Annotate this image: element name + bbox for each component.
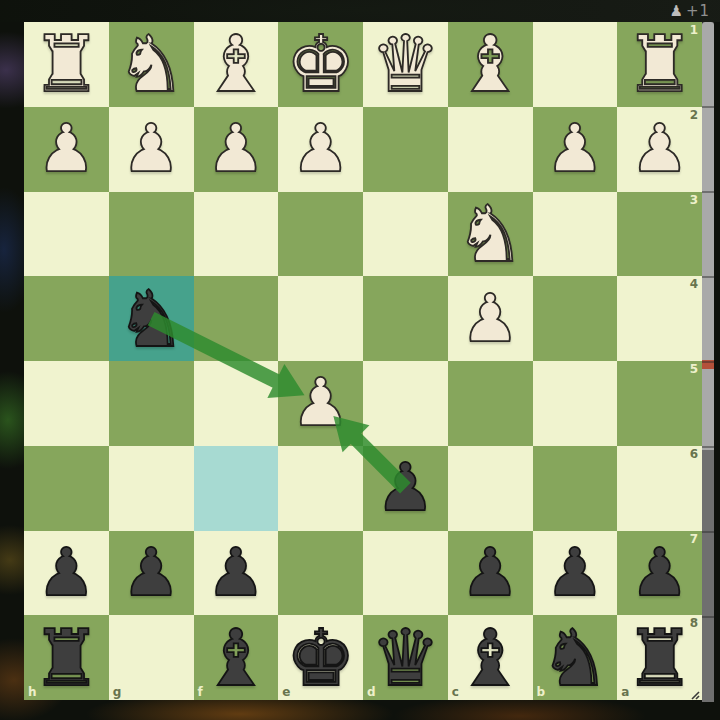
square-f4[interactable] (194, 276, 279, 361)
rank-label-2: 2 (690, 109, 698, 121)
square-d5[interactable] (363, 361, 448, 446)
square-g5[interactable] (109, 361, 194, 446)
scrollbar-notch (702, 276, 714, 278)
square-f8[interactable]: ♝f (194, 615, 279, 700)
square-b7[interactable]: ♟ (533, 531, 618, 616)
white-pawn[interactable]: ♟ (291, 116, 350, 182)
square-d6[interactable]: ♟ (363, 446, 448, 531)
scrollbar-notch (702, 446, 714, 448)
white-bishop[interactable]: ♝ (455, 25, 525, 103)
white-pawn[interactable]: ♟ (630, 116, 689, 182)
square-e4[interactable] (278, 276, 363, 361)
white-knight[interactable]: ♞ (455, 195, 525, 273)
square-d8[interactable]: ♛d (363, 615, 448, 700)
square-c4[interactable]: ♟ (448, 276, 533, 361)
square-h3[interactable] (24, 192, 109, 277)
white-pawn[interactable]: ♟ (206, 116, 265, 182)
scrollbar-notch (702, 531, 714, 533)
square-d2[interactable] (363, 107, 448, 192)
square-b8[interactable]: ♞b (533, 615, 618, 700)
square-f7[interactable]: ♟ (194, 531, 279, 616)
square-f2[interactable]: ♟ (194, 107, 279, 192)
square-b5[interactable] (533, 361, 618, 446)
white-pawn[interactable]: ♟ (545, 116, 604, 182)
square-b3[interactable] (533, 192, 618, 277)
chess-board[interactable]: ♜♞♝♚♛♝♜1♟♟♟♟♟♟2♞3♞♟4♟5♟6♟♟♟♟♟♟7♜hg♝f♚e♛d… (24, 22, 702, 700)
scrollbar-notch (702, 106, 714, 108)
square-c5[interactable] (448, 361, 533, 446)
square-g3[interactable] (109, 192, 194, 277)
white-pawn[interactable]: ♟ (122, 116, 181, 182)
square-g4[interactable]: ♞ (109, 276, 194, 361)
white-knight[interactable]: ♞ (116, 25, 186, 103)
square-e5[interactable]: ♟ (278, 361, 363, 446)
square-e6[interactable] (278, 446, 363, 531)
square-g1[interactable]: ♞ (109, 22, 194, 107)
white-king[interactable]: ♚ (286, 25, 356, 103)
black-knight[interactable]: ♞ (540, 619, 610, 697)
square-f3[interactable] (194, 192, 279, 277)
square-h6[interactable] (24, 446, 109, 531)
material-badge-text: +1 (686, 2, 710, 20)
rank-label-3: 3 (690, 194, 698, 206)
resize-handle-icon[interactable] (686, 686, 700, 700)
square-f6[interactable] (194, 446, 279, 531)
square-a3[interactable]: 3 (617, 192, 702, 277)
square-h7[interactable]: ♟ (24, 531, 109, 616)
rank-label-4: 4 (690, 278, 698, 290)
square-c6[interactable] (448, 446, 533, 531)
square-d4[interactable] (363, 276, 448, 361)
rank-label-6: 6 (690, 448, 698, 460)
scrollbar-thumb-light[interactable] (702, 22, 714, 450)
white-pawn[interactable]: ♟ (37, 116, 96, 182)
rank-label-1: 1 (690, 24, 698, 36)
rank-label-7: 7 (690, 533, 698, 545)
square-a6[interactable]: 6 (617, 446, 702, 531)
square-a1[interactable]: ♜1 (617, 22, 702, 107)
black-bishop[interactable]: ♝ (455, 619, 525, 697)
square-c1[interactable]: ♝ (448, 22, 533, 107)
file-label-b: b (537, 686, 546, 698)
file-label-g: g (113, 686, 122, 698)
square-e2[interactable]: ♟ (278, 107, 363, 192)
black-queen[interactable]: ♛ (370, 619, 440, 697)
square-a2[interactable]: ♟2 (617, 107, 702, 192)
white-pawn[interactable]: ♟ (291, 370, 350, 436)
square-c3[interactable]: ♞ (448, 192, 533, 277)
black-rook[interactable]: ♜ (31, 619, 101, 697)
black-pawn[interactable]: ♟ (37, 540, 96, 606)
square-h8[interactable]: ♜h (24, 615, 109, 700)
black-pawn[interactable]: ♟ (630, 540, 689, 606)
square-c7[interactable]: ♟ (448, 531, 533, 616)
square-g8[interactable]: g (109, 615, 194, 700)
square-g7[interactable]: ♟ (109, 531, 194, 616)
square-g2[interactable]: ♟ (109, 107, 194, 192)
square-d3[interactable] (363, 192, 448, 277)
square-e7[interactable] (278, 531, 363, 616)
scrollbar-notch (702, 361, 714, 363)
app-window: ♟ +1 ♜♞♝♚♛♝♜1♟♟♟♟♟♟2♞3♞♟4♟5♟6♟♟♟♟♟♟7♜hg♝… (0, 0, 720, 720)
square-a4[interactable]: 4 (617, 276, 702, 361)
scrollbar-notch (702, 616, 714, 618)
black-pawn[interactable]: ♟ (545, 540, 604, 606)
square-c8[interactable]: ♝c (448, 615, 533, 700)
white-queen[interactable]: ♛ (370, 25, 440, 103)
scrollbar[interactable] (702, 22, 714, 702)
square-e1[interactable]: ♚ (278, 22, 363, 107)
white-pawn[interactable]: ♟ (461, 286, 520, 352)
file-label-h: h (28, 686, 37, 698)
black-pawn[interactable]: ♟ (206, 540, 265, 606)
square-d1[interactable]: ♛ (363, 22, 448, 107)
file-label-d: d (367, 686, 376, 698)
square-d7[interactable] (363, 531, 448, 616)
black-pawn[interactable]: ♟ (376, 455, 435, 521)
square-b4[interactable] (533, 276, 618, 361)
square-b1[interactable] (533, 22, 618, 107)
square-h1[interactable]: ♜ (24, 22, 109, 107)
rank-label-8: 8 (690, 617, 698, 629)
white-rook[interactable]: ♜ (31, 25, 101, 103)
square-b2[interactable]: ♟ (533, 107, 618, 192)
file-label-f: f (198, 686, 203, 698)
white-bishop[interactable]: ♝ (201, 25, 271, 103)
top-info-bar: ♟ +1 (0, 0, 720, 22)
square-g6[interactable] (109, 446, 194, 531)
square-c2[interactable] (448, 107, 533, 192)
white-rook[interactable]: ♜ (625, 25, 695, 103)
file-label-c: c (452, 686, 459, 698)
black-knight[interactable]: ♞ (116, 280, 186, 358)
square-f5[interactable] (194, 361, 279, 446)
square-b6[interactable] (533, 446, 618, 531)
square-f1[interactable]: ♝ (194, 22, 279, 107)
square-a5[interactable]: 5 (617, 361, 702, 446)
square-e3[interactable] (278, 192, 363, 277)
material-badge: ♟ +1 (669, 1, 710, 21)
rank-label-5: 5 (690, 363, 698, 375)
captured-pawn-icon: ♟ (669, 4, 682, 19)
scrollbar-thumb-dark[interactable] (702, 450, 714, 702)
file-label-a: a (621, 686, 629, 698)
file-label-e: e (282, 686, 290, 698)
black-bishop[interactable]: ♝ (201, 619, 271, 697)
square-h2[interactable]: ♟ (24, 107, 109, 192)
square-h5[interactable] (24, 361, 109, 446)
black-rook[interactable]: ♜ (625, 619, 695, 697)
square-a7[interactable]: ♟7 (617, 531, 702, 616)
black-pawn[interactable]: ♟ (122, 540, 181, 606)
black-pawn[interactable]: ♟ (461, 540, 520, 606)
scrollbar-notch (702, 191, 714, 193)
square-h4[interactable] (24, 276, 109, 361)
black-king[interactable]: ♚ (286, 619, 356, 697)
square-e8[interactable]: ♚e (278, 615, 363, 700)
